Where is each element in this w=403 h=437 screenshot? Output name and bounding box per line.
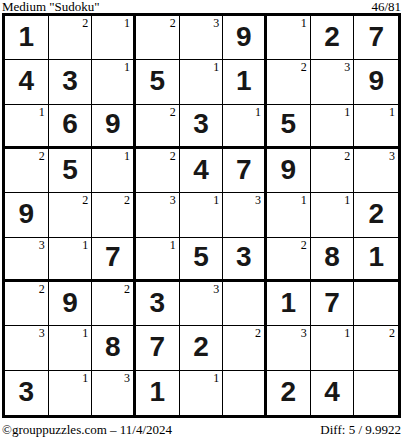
- puzzle-title: Medium "Sudoku": [2, 0, 100, 13]
- pencil-mark: 2: [124, 193, 130, 207]
- cell-r5c9[interactable]: 2: [354, 193, 398, 237]
- pencil-mark: 1: [301, 193, 307, 207]
- page-header: Medium "Sudoku" 46/81: [2, 0, 401, 13]
- given-digit: 2: [193, 333, 209, 363]
- given-digit: 1: [281, 289, 297, 319]
- cell-r6c3[interactable]: 7: [92, 238, 136, 282]
- pencil-mark: 1: [213, 371, 219, 385]
- cell-r8c6[interactable]: 2: [223, 326, 267, 370]
- cell-r3c6[interactable]: 1: [223, 105, 267, 149]
- cell-r4c9[interactable]: 3: [354, 149, 398, 193]
- given-digit: 7: [150, 333, 166, 363]
- given-digit: 4: [193, 156, 209, 186]
- cell-r7c6[interactable]: [223, 282, 267, 326]
- pencil-mark: 1: [344, 105, 350, 119]
- cell-r4c5[interactable]: 4: [180, 149, 224, 193]
- cell-r4c2[interactable]: 5: [49, 149, 93, 193]
- cell-r7c3[interactable]: 2: [92, 282, 136, 326]
- cell-r5c2[interactable]: 2: [49, 193, 93, 237]
- cell-r7c4[interactable]: 3: [136, 282, 180, 326]
- pencil-mark: 3: [389, 149, 395, 163]
- cell-r2c9[interactable]: 9: [354, 60, 398, 104]
- cell-r7c8[interactable]: 7: [311, 282, 355, 326]
- cell-r3c9[interactable]: 1: [354, 105, 398, 149]
- cell-r2c2[interactable]: 3: [49, 60, 93, 104]
- pencil-mark: 2: [170, 105, 176, 119]
- given-digit: 7: [368, 23, 384, 53]
- given-digit: 8: [105, 333, 121, 363]
- page-footer: ©grouppuzzles.com – 11/4/2024 Diff: 5 / …: [2, 422, 401, 437]
- pencil-mark: 2: [170, 149, 176, 163]
- cell-r2c7[interactable]: 2: [267, 60, 311, 104]
- cell-r3c1[interactable]: 1: [5, 105, 49, 149]
- cell-r3c5[interactable]: 3: [180, 105, 224, 149]
- given-digit: 2: [324, 23, 340, 53]
- cell-r1c5[interactable]: 3: [180, 16, 224, 60]
- pencil-mark: 1: [213, 193, 219, 207]
- pencil-mark: 2: [301, 60, 307, 74]
- pencil-mark: 2: [124, 282, 130, 296]
- cell-r6c1[interactable]: 3: [5, 238, 49, 282]
- cell-r2c4[interactable]: 5: [136, 60, 180, 104]
- cell-r8c7[interactable]: 3: [267, 326, 311, 370]
- cell-r5c5[interactable]: 1: [180, 193, 224, 237]
- given-digit: 9: [62, 289, 78, 319]
- cell-r7c1[interactable]: 2: [5, 282, 49, 326]
- cell-r9c5[interactable]: 1: [180, 371, 224, 415]
- pencil-mark: 1: [82, 238, 88, 252]
- pencil-mark: 1: [344, 326, 350, 340]
- given-digit: 9: [19, 200, 35, 230]
- pencil-mark: 2: [82, 193, 88, 207]
- cell-r1c6[interactable]: 9: [223, 16, 267, 60]
- cell-r8c3[interactable]: 8: [92, 326, 136, 370]
- pencil-mark: 2: [344, 149, 350, 163]
- cell-r7c2[interactable]: 9: [49, 282, 93, 326]
- given-digit: 7: [324, 289, 340, 319]
- cell-r4c7[interactable]: 9: [267, 149, 311, 193]
- pencil-mark: 2: [82, 16, 88, 30]
- progress-counter: 46/81: [371, 0, 401, 13]
- cell-r7c5[interactable]: 3: [180, 282, 224, 326]
- cell-r1c8[interactable]: 2: [311, 16, 355, 60]
- difficulty-text: Diff: 5 / 9.9922: [320, 423, 401, 437]
- given-digit: 5: [281, 110, 297, 140]
- given-digit: 9: [281, 156, 297, 186]
- given-digit: 5: [193, 243, 209, 273]
- cell-r8c5[interactable]: 2: [180, 326, 224, 370]
- cell-r5c6[interactable]: 3: [223, 193, 267, 237]
- pencil-mark: 3: [39, 326, 45, 340]
- given-digit: 2: [281, 378, 297, 408]
- cell-r5c1[interactable]: 9: [5, 193, 49, 237]
- cell-r8c8[interactable]: 1: [311, 326, 355, 370]
- pencil-mark: 3: [213, 16, 219, 30]
- given-digit: 1: [368, 243, 384, 273]
- pencil-mark: 2: [255, 326, 261, 340]
- cell-r9c6[interactable]: [223, 371, 267, 415]
- cell-r1c2[interactable]: 2: [49, 16, 93, 60]
- cell-r9c3[interactable]: 3: [92, 371, 136, 415]
- given-digit: 8: [324, 243, 340, 273]
- cell-r9c2[interactable]: 1: [49, 371, 93, 415]
- cell-r7c9[interactable]: [354, 282, 398, 326]
- cell-r4c3[interactable]: 1: [92, 149, 136, 193]
- cell-r8c9[interactable]: 2: [354, 326, 398, 370]
- given-digit: 1: [19, 23, 35, 53]
- cell-r4c8[interactable]: 2: [311, 149, 355, 193]
- cell-r9c4[interactable]: 1: [136, 371, 180, 415]
- cell-r2c6[interactable]: 1: [223, 60, 267, 104]
- given-digit: 7: [236, 156, 252, 186]
- cell-r5c4[interactable]: 3: [136, 193, 180, 237]
- pencil-mark: 1: [124, 16, 130, 30]
- cell-r7c7[interactable]: 1: [267, 282, 311, 326]
- pencil-mark: 1: [82, 326, 88, 340]
- cell-r2c5[interactable]: 1: [180, 60, 224, 104]
- pencil-mark: 3: [124, 371, 130, 385]
- cell-r8c4[interactable]: 7: [136, 326, 180, 370]
- cell-r1c7[interactable]: 1: [267, 16, 311, 60]
- cell-r9c9[interactable]: [354, 371, 398, 415]
- copyright-text: ©grouppuzzles.com – 11/4/2024: [2, 423, 172, 437]
- cell-r9c8[interactable]: 4: [311, 371, 355, 415]
- pencil-mark: 1: [255, 105, 261, 119]
- sudoku-grid: 1212391274315112391692315112512479239223…: [2, 13, 401, 418]
- cell-r8c2[interactable]: 1: [49, 326, 93, 370]
- cell-r6c6[interactable]: 3: [223, 238, 267, 282]
- cell-r2c1[interactable]: 4: [5, 60, 49, 104]
- pencil-mark: 3: [301, 326, 307, 340]
- cell-r8c1[interactable]: 3: [5, 326, 49, 370]
- cell-r5c8[interactable]: 1: [311, 193, 355, 237]
- cell-r4c6[interactable]: 7: [223, 149, 267, 193]
- cell-r2c3[interactable]: 1: [92, 60, 136, 104]
- pencil-mark: 1: [124, 60, 130, 74]
- cell-r6c2[interactable]: 1: [49, 238, 93, 282]
- cell-r9c7[interactable]: 2: [267, 371, 311, 415]
- given-digit: 3: [150, 289, 166, 319]
- given-digit: 3: [193, 110, 209, 140]
- cell-r1c4[interactable]: 2: [136, 16, 180, 60]
- pencil-mark: 2: [39, 282, 45, 296]
- given-digit: 5: [62, 156, 78, 186]
- cell-r3c3[interactable]: 9: [92, 105, 136, 149]
- pencil-mark: 2: [39, 149, 45, 163]
- pencil-mark: 1: [344, 193, 350, 207]
- cell-r6c8[interactable]: 8: [311, 238, 355, 282]
- given-digit: 3: [19, 378, 35, 408]
- cell-r1c1[interactable]: 1: [5, 16, 49, 60]
- given-digit: 4: [19, 67, 35, 97]
- given-digit: 9: [236, 23, 252, 53]
- cell-r3c4[interactable]: 2: [136, 105, 180, 149]
- given-digit: 2: [368, 200, 384, 230]
- pencil-mark: 2: [301, 238, 307, 252]
- cell-r6c4[interactable]: 1: [136, 238, 180, 282]
- cell-r6c7[interactable]: 2: [267, 238, 311, 282]
- pencil-mark: 1: [301, 16, 307, 30]
- pencil-mark: 3: [213, 282, 219, 296]
- cell-r3c8[interactable]: 1: [311, 105, 355, 149]
- cell-r2c8[interactable]: 3: [311, 60, 355, 104]
- given-digit: 6: [62, 110, 78, 140]
- pencil-mark: 1: [389, 105, 395, 119]
- given-digit: 5: [150, 67, 166, 97]
- pencil-mark: 3: [39, 238, 45, 252]
- given-digit: 7: [105, 243, 121, 273]
- cell-r1c3[interactable]: 1: [92, 16, 136, 60]
- pencil-mark: 3: [344, 60, 350, 74]
- given-digit: 9: [105, 110, 121, 140]
- pencil-mark: 2: [170, 16, 176, 30]
- pencil-mark: 1: [82, 371, 88, 385]
- cell-r1c9[interactable]: 7: [354, 16, 398, 60]
- pencil-mark: 1: [213, 60, 219, 74]
- pencil-mark: 1: [170, 238, 176, 252]
- given-digit: 3: [236, 243, 252, 273]
- given-digit: 9: [368, 67, 384, 97]
- pencil-mark: 3: [170, 193, 176, 207]
- cell-r6c9[interactable]: 1: [354, 238, 398, 282]
- pencil-mark: 1: [39, 105, 45, 119]
- given-digit: 4: [324, 378, 340, 408]
- cell-r3c7[interactable]: 5: [267, 105, 311, 149]
- given-digit: 1: [150, 378, 166, 408]
- given-digit: 3: [62, 67, 78, 97]
- pencil-mark: 3: [255, 193, 261, 207]
- cell-r3c2[interactable]: 6: [49, 105, 93, 149]
- pencil-mark: 1: [124, 149, 130, 163]
- given-digit: 1: [236, 67, 252, 97]
- pencil-mark: 2: [389, 326, 395, 340]
- cell-r9c1[interactable]: 3: [5, 371, 49, 415]
- cell-r4c4[interactable]: 2: [136, 149, 180, 193]
- cell-r4c1[interactable]: 2: [5, 149, 49, 193]
- cell-r5c3[interactable]: 2: [92, 193, 136, 237]
- cell-r5c7[interactable]: 1: [267, 193, 311, 237]
- cell-r6c5[interactable]: 5: [180, 238, 224, 282]
